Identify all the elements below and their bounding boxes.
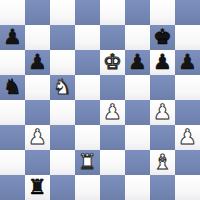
square-e7[interactable] [100, 25, 125, 50]
square-c8[interactable] [50, 0, 75, 25]
square-h5[interactable] [175, 75, 200, 100]
white-pawn-g4[interactable]: ♟ [153, 102, 172, 123]
square-e6[interactable]: ♚ [100, 50, 125, 75]
square-h4[interactable] [175, 100, 200, 125]
white-rook-d2[interactable]: ♜ [78, 152, 97, 173]
square-d2[interactable]: ♜ [75, 150, 100, 175]
square-c5[interactable]: ♞ [50, 75, 75, 100]
square-c2[interactable] [50, 150, 75, 175]
square-a2[interactable] [0, 150, 25, 175]
square-d8[interactable] [75, 0, 100, 25]
square-a3[interactable] [0, 125, 25, 150]
square-b7[interactable] [25, 25, 50, 50]
white-pawn-e4[interactable]: ♟ [103, 102, 122, 123]
square-g5[interactable] [150, 75, 175, 100]
square-a4[interactable] [0, 100, 25, 125]
square-f6[interactable]: ♟ [125, 50, 150, 75]
black-king-g7[interactable]: ♚ [153, 27, 172, 48]
square-d5[interactable] [75, 75, 100, 100]
square-h6[interactable]: ♟ [175, 50, 200, 75]
square-f8[interactable] [125, 0, 150, 25]
square-g7[interactable]: ♚ [150, 25, 175, 50]
square-d3[interactable] [75, 125, 100, 150]
square-a5[interactable]: ♞ [0, 75, 25, 100]
square-g8[interactable] [150, 0, 175, 25]
black-pawn-h6[interactable]: ♟ [178, 52, 197, 73]
square-b2[interactable] [25, 150, 50, 175]
black-pawn-b6[interactable]: ♟ [28, 52, 47, 73]
square-b5[interactable] [25, 75, 50, 100]
square-f7[interactable] [125, 25, 150, 50]
square-a6[interactable] [0, 50, 25, 75]
square-c1[interactable] [50, 175, 75, 200]
square-d1[interactable] [75, 175, 100, 200]
black-rook-b1[interactable]: ♜ [28, 177, 47, 198]
square-d6[interactable] [75, 50, 100, 75]
square-a7[interactable]: ♟ [0, 25, 25, 50]
square-f1[interactable] [125, 175, 150, 200]
square-f2[interactable] [125, 150, 150, 175]
square-g6[interactable]: ♟ [150, 50, 175, 75]
square-d4[interactable] [75, 100, 100, 125]
square-f4[interactable] [125, 100, 150, 125]
square-h3[interactable]: ♟ [175, 125, 200, 150]
square-b1[interactable]: ♜ [25, 175, 50, 200]
square-g3[interactable] [150, 125, 175, 150]
square-e4[interactable]: ♟ [100, 100, 125, 125]
square-e3[interactable] [100, 125, 125, 150]
square-h8[interactable] [175, 0, 200, 25]
square-b8[interactable] [25, 0, 50, 25]
square-c6[interactable] [50, 50, 75, 75]
white-pawn-h3[interactable]: ♟ [178, 127, 197, 148]
square-g4[interactable]: ♟ [150, 100, 175, 125]
square-e5[interactable] [100, 75, 125, 100]
white-pawn-b3[interactable]: ♟ [28, 127, 47, 148]
square-g1[interactable] [150, 175, 175, 200]
square-h2[interactable] [175, 150, 200, 175]
black-pawn-a7[interactable]: ♟ [3, 27, 22, 48]
black-knight-a5[interactable]: ♞ [3, 77, 22, 98]
square-a1[interactable] [0, 175, 25, 200]
black-pawn-f6[interactable]: ♟ [128, 52, 147, 73]
square-e2[interactable] [100, 150, 125, 175]
square-c7[interactable] [50, 25, 75, 50]
square-a8[interactable] [0, 0, 25, 25]
white-knight-c5[interactable]: ♞ [53, 77, 72, 98]
square-f3[interactable] [125, 125, 150, 150]
square-b3[interactable]: ♟ [25, 125, 50, 150]
square-d7[interactable] [75, 25, 100, 50]
white-king-e6[interactable]: ♚ [103, 52, 122, 73]
black-pawn-g6[interactable]: ♟ [153, 52, 172, 73]
square-c4[interactable] [50, 100, 75, 125]
square-e8[interactable] [100, 0, 125, 25]
square-b4[interactable] [25, 100, 50, 125]
white-bishop-g2[interactable]: ♝ [153, 152, 172, 173]
square-e1[interactable] [100, 175, 125, 200]
square-c3[interactable] [50, 125, 75, 150]
square-b6[interactable]: ♟ [25, 50, 50, 75]
square-f5[interactable] [125, 75, 150, 100]
square-g2[interactable]: ♝ [150, 150, 175, 175]
square-h1[interactable] [175, 175, 200, 200]
chess-board: ♟♚♟♚♟♟♟♞♞♟♟♟♟♜♝♜ [0, 0, 200, 200]
square-h7[interactable] [175, 25, 200, 50]
